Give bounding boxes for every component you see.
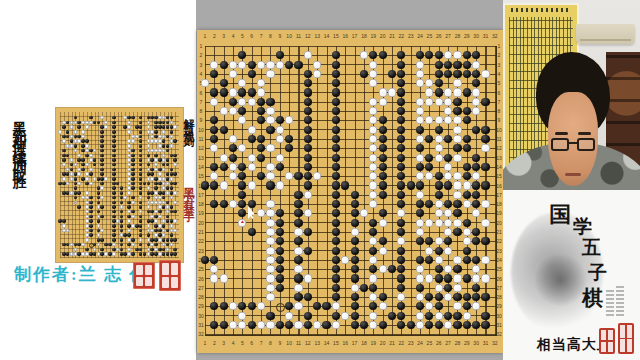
black-stone: [170, 186, 174, 190]
black-stone: [266, 181, 274, 189]
coordinate-label: 13: [313, 34, 321, 39]
black-stone: [248, 321, 256, 329]
black-stone: [248, 200, 256, 208]
white-stone: [266, 265, 274, 273]
white-stone: [416, 70, 424, 78]
black-stone: [435, 181, 443, 189]
black-stone: [220, 200, 228, 208]
black-stone: [332, 181, 340, 189]
white-stone: [266, 107, 274, 115]
coordinate-label: 10: [285, 34, 293, 39]
black-stone: [416, 126, 424, 134]
coordinate-label: 27: [444, 341, 452, 346]
white-stone: [294, 284, 302, 292]
white-stone: [248, 98, 256, 106]
white-stone: [266, 144, 274, 152]
coordinate-label: 9: [197, 118, 205, 123]
white-stone: [294, 321, 302, 329]
coordinate-label: 30: [197, 314, 205, 319]
white-stone: [85, 191, 89, 195]
white-stone: [81, 135, 85, 139]
white-stone: [266, 61, 274, 69]
white-stone: [89, 121, 93, 125]
black-stone: [435, 61, 443, 69]
black-stone: [276, 274, 284, 282]
coordinate-label: 16: [341, 34, 349, 39]
black-stone: [143, 252, 147, 256]
black-stone: [294, 256, 302, 264]
white-stone: [147, 224, 151, 228]
black-stone: [322, 321, 330, 329]
white-stone: [266, 70, 274, 78]
black-stone: [93, 158, 97, 162]
coordinate-label: 22: [397, 34, 405, 39]
black-stone: [229, 154, 237, 162]
black-stone: [453, 293, 461, 301]
coordinate-label: 5: [495, 81, 503, 86]
black-stone: [112, 121, 116, 125]
white-stone: [70, 252, 74, 256]
coordinate-label: 29: [197, 304, 205, 309]
white-stone: [266, 247, 274, 255]
black-stone: [173, 172, 177, 176]
white-stone: [379, 265, 387, 273]
white-stone: [229, 163, 237, 171]
black-stone: [257, 154, 265, 162]
black-stone: [332, 312, 340, 320]
coordinate-label: 12: [495, 146, 503, 151]
white-stone: [173, 201, 177, 205]
white-stone: [62, 139, 66, 143]
coordinate-label: 8: [495, 109, 503, 114]
white-stone: [70, 144, 74, 148]
white-stone: [266, 200, 274, 208]
white-stone: [220, 181, 228, 189]
black-stone: [463, 88, 471, 96]
white-stone: [276, 61, 284, 69]
coordinate-label: 19: [197, 211, 205, 216]
black-stone: [97, 219, 101, 223]
white-stone: [435, 219, 443, 227]
black-stone: [407, 181, 415, 189]
white-stone: [416, 274, 424, 282]
white-stone: [127, 144, 131, 148]
black-stone: [416, 181, 424, 189]
black-stone: [453, 228, 461, 236]
black-stone: [481, 98, 489, 106]
coordinate-label: 9: [276, 34, 284, 39]
black-stone: [131, 168, 135, 172]
coordinate-label: 1: [197, 44, 205, 49]
white-stone: [276, 181, 284, 189]
white-stone: [453, 51, 461, 59]
coordinate-label: 29: [495, 304, 503, 309]
rules-note: 黑方有禁手: [181, 178, 196, 268]
coordinate-label: 15: [332, 34, 340, 39]
coordinate-label: 6: [495, 91, 503, 96]
coordinate-label: 12: [197, 146, 205, 151]
black-stone: [120, 224, 124, 228]
coordinate-label: 29: [463, 34, 471, 39]
black-stone: [435, 191, 443, 199]
black-stone: [444, 312, 452, 320]
coordinate-label: 26: [495, 277, 503, 282]
white-stone: [266, 284, 274, 292]
black-stone: [112, 186, 116, 190]
white-stone: [435, 135, 443, 143]
black-stone: [444, 284, 452, 292]
white-stone: [220, 107, 228, 115]
white-stone: [158, 215, 162, 219]
coordinate-label: 31: [482, 34, 490, 39]
black-stone: [201, 181, 209, 189]
white-stone: [379, 219, 387, 227]
coordinate-label: 5: [238, 341, 246, 346]
black-stone: [294, 200, 302, 208]
coordinate-label: 30: [472, 341, 480, 346]
black-stone: [332, 70, 340, 78]
coordinate-label: 20: [379, 341, 387, 346]
black-stone: [112, 191, 116, 195]
black-stone: [332, 88, 340, 96]
white-stone: [463, 312, 471, 320]
black-stone: [74, 144, 78, 148]
black-stone: [379, 154, 387, 162]
coordinate-label: 19: [495, 211, 503, 216]
black-stone: [453, 107, 461, 115]
white-stone: [453, 181, 461, 189]
white-stone: [210, 274, 218, 282]
black-stone: [304, 181, 312, 189]
black-stone: [463, 256, 471, 264]
white-stone: [248, 163, 256, 171]
black-stone: [332, 154, 340, 162]
black-stone: [170, 205, 174, 209]
white-stone: [444, 247, 452, 255]
coordinate-label: 32: [491, 341, 499, 346]
black-stone: [294, 274, 302, 282]
black-stone: [139, 177, 143, 181]
coordinate-label: 28: [197, 295, 205, 300]
black-stone: [453, 144, 461, 152]
black-stone: [379, 163, 387, 171]
black-stone: [276, 247, 284, 255]
black-stone: [276, 321, 284, 329]
black-stone: [332, 135, 340, 143]
black-stone: [332, 256, 340, 264]
black-stone: [266, 312, 274, 320]
white-stone: [266, 321, 274, 329]
black-stone: [351, 200, 359, 208]
black-stone: [463, 219, 471, 227]
white-stone: [416, 61, 424, 69]
black-stone: [360, 284, 368, 292]
black-stone: [463, 135, 471, 143]
black-stone: [481, 163, 489, 171]
black-stone: [435, 70, 443, 78]
coordinate-label: 27: [197, 286, 205, 291]
coordinate-label: 23: [495, 249, 503, 254]
coordinate-label: 16: [495, 184, 503, 189]
black-stone: [248, 61, 256, 69]
micro-text-column: [616, 286, 624, 316]
white-stone: [104, 177, 108, 181]
white-stone: [276, 135, 284, 143]
black-stone: [220, 88, 228, 96]
black-stone: [453, 209, 461, 217]
white-stone: [248, 126, 256, 134]
black-stone: [294, 172, 302, 180]
black-stone: [416, 163, 424, 171]
black-stone: [397, 181, 405, 189]
black-stone: [131, 252, 135, 256]
white-stone: [266, 274, 274, 282]
coordinate-label: 25: [425, 341, 433, 346]
black-stone: [89, 201, 93, 205]
black-stone: [453, 61, 461, 69]
black-stone: [332, 126, 340, 134]
black-stone: [397, 88, 405, 96]
black-stone: [100, 130, 104, 134]
white-stone: [444, 219, 452, 227]
black-stone: [220, 79, 228, 87]
brand-char-zi: 子: [588, 260, 607, 286]
black-stone: [89, 172, 93, 176]
white-stone: [74, 130, 78, 134]
air-conditioner: [576, 24, 635, 44]
white-stone: [285, 312, 293, 320]
white-stone: [147, 144, 151, 148]
black-stone: [304, 98, 312, 106]
black-stone: [351, 237, 359, 245]
coordinate-label: 2: [210, 341, 218, 346]
white-stone: [70, 177, 74, 181]
black-stone: [351, 293, 359, 301]
white-stone: [170, 177, 174, 181]
black-stone: [332, 247, 340, 255]
black-stone: [173, 238, 177, 242]
coordinate-label: 8: [197, 109, 205, 114]
black-stone: [112, 196, 116, 200]
black-stone: [120, 191, 124, 195]
black-stone: [341, 181, 349, 189]
black-stone: [170, 233, 174, 237]
black-stone: [472, 181, 480, 189]
black-stone: [472, 191, 480, 199]
black-stone: [201, 256, 209, 264]
black-stone: [435, 274, 443, 282]
black-stone: [332, 98, 340, 106]
coordinate-label: 12: [304, 34, 312, 39]
white-stone: [147, 205, 151, 209]
white-stone: [85, 177, 89, 181]
white-stone: [173, 125, 177, 129]
black-stone: [89, 233, 93, 237]
black-stone: [481, 135, 489, 143]
white-stone: [369, 274, 377, 282]
white-stone: [453, 284, 461, 292]
white-stone: [77, 172, 81, 176]
black-stone: [276, 284, 284, 292]
white-stone: [472, 274, 480, 282]
white-stone: [453, 274, 461, 282]
black-stone: [166, 252, 170, 256]
white-stone: [89, 182, 93, 186]
black-stone: [112, 205, 116, 209]
white-stone: [266, 293, 274, 301]
black-stone: [481, 181, 489, 189]
glasses-icon: [551, 138, 595, 152]
coordinate-label: 7: [257, 34, 265, 39]
white-stone: [388, 88, 396, 96]
brand-char-wu: 五: [582, 235, 601, 261]
black-stone: [304, 135, 312, 143]
coordinate-label: 9: [276, 341, 284, 346]
black-stone: [481, 312, 489, 320]
main-board[interactable]: 1122334455667788991010111112121313141415…: [197, 30, 503, 353]
white-stone: [435, 154, 443, 162]
black-stone: [435, 293, 443, 301]
black-stone: [332, 228, 340, 236]
black-stone: [276, 228, 284, 236]
coordinate-label: 28: [453, 34, 461, 39]
black-stone: [360, 70, 368, 78]
coordinate-label: 20: [197, 221, 205, 226]
black-stone: [463, 274, 471, 282]
black-stone: [463, 61, 471, 69]
black-stone: [166, 144, 170, 148]
editor-seal-icon: [159, 260, 181, 291]
white-stone: [62, 177, 66, 181]
coordinate-label: 32: [491, 34, 499, 39]
black-stone: [100, 154, 104, 158]
black-stone: [100, 238, 104, 242]
black-stone: [131, 154, 135, 158]
black-stone: [77, 191, 81, 195]
black-stone: [379, 191, 387, 199]
coordinate-label: 22: [197, 239, 205, 244]
white-stone: [453, 88, 461, 96]
webcam-feed: [503, 0, 640, 190]
black-stone: [453, 321, 461, 329]
black-stone: [463, 191, 471, 199]
coordinate-label: 15: [197, 174, 205, 179]
coordinate-label: 4: [197, 72, 205, 77]
black-stone: [81, 158, 85, 162]
black-stone: [112, 233, 116, 237]
black-stone: [220, 126, 228, 134]
black-stone: [388, 312, 396, 320]
black-stone: [131, 158, 135, 162]
black-stone: [74, 177, 78, 181]
black-stone: [266, 98, 274, 106]
black-stone: [139, 224, 143, 228]
black-stone: [453, 70, 461, 78]
coordinate-label: 6: [248, 341, 256, 346]
black-stone: [131, 186, 135, 190]
white-stone: [266, 219, 274, 227]
black-stone: [248, 228, 256, 236]
rules-title: 解题规则: [181, 110, 196, 180]
coordinate-label: 28: [495, 295, 503, 300]
coordinate-label: 18: [197, 202, 205, 207]
black-stone: [89, 219, 93, 223]
coordinate-label: 27: [444, 34, 452, 39]
white-stone: [104, 121, 108, 125]
black-stone: [112, 229, 116, 233]
white-stone: [257, 61, 265, 69]
coordinate-label: 7: [257, 341, 265, 346]
person-face: [548, 92, 598, 186]
coordinate-label: 28: [453, 341, 461, 346]
black-stone: [351, 191, 359, 199]
black-stone: [112, 177, 116, 181]
white-stone: [453, 191, 461, 199]
black-stone: [131, 177, 135, 181]
white-stone: [62, 224, 66, 228]
brand-calligraphy-panel: 国 学 五 子 棋 相当高大上: [503, 190, 640, 360]
white-stone: [463, 181, 471, 189]
coordinate-label: 30: [495, 314, 503, 319]
coordinate-label: 7: [197, 100, 205, 105]
brand-char-qi: 棋: [582, 284, 603, 312]
black-stone: [285, 61, 293, 69]
white-stone: [294, 228, 302, 236]
coordinate-label: 17: [351, 34, 359, 39]
coordinate-label: 32: [197, 332, 205, 337]
white-stone: [220, 274, 228, 282]
brand-char-guo: 国: [549, 200, 571, 230]
black-stone: [435, 247, 443, 255]
black-stone: [266, 126, 274, 134]
black-stone: [276, 163, 284, 171]
coordinate-label: 13: [313, 341, 321, 346]
black-stone: [294, 61, 302, 69]
black-stone: [97, 191, 101, 195]
brand-seal-icon: [599, 328, 615, 354]
white-stone: [166, 205, 170, 209]
coordinate-label: 25: [425, 34, 433, 39]
black-stone: [444, 154, 452, 162]
coordinate-label: 13: [495, 156, 503, 161]
white-stone: [127, 121, 131, 125]
white-stone: [304, 191, 312, 199]
white-stone: [131, 215, 135, 219]
coordinate-label: 25: [197, 267, 205, 272]
black-stone: [304, 70, 312, 78]
white-stone: [416, 312, 424, 320]
black-stone: [112, 149, 116, 153]
black-stone: [276, 219, 284, 227]
black-stone: [276, 256, 284, 264]
black-stone: [100, 144, 104, 148]
black-stone: [139, 130, 143, 134]
coordinate-label: 17: [351, 341, 359, 346]
white-stone: [248, 181, 256, 189]
white-stone: [351, 284, 359, 292]
white-stone: [70, 158, 74, 162]
white-stone: [257, 88, 265, 96]
black-stone: [294, 237, 302, 245]
black-stone: [304, 126, 312, 134]
white-stone: [85, 144, 89, 148]
creator-seal-icon: [133, 262, 155, 289]
black-stone: [210, 88, 218, 96]
black-stone: [112, 168, 116, 172]
white-stone: [127, 219, 131, 223]
coordinate-label: 20: [379, 34, 387, 39]
white-stone: [248, 154, 256, 162]
